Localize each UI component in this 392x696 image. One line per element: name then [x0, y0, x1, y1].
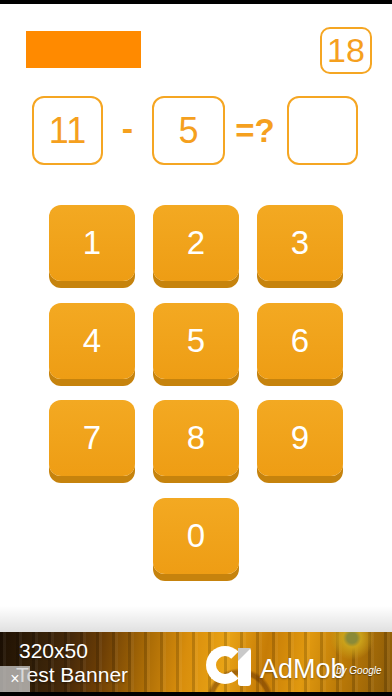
operand1-box: 11 [32, 96, 103, 165]
operator-label: - [103, 96, 152, 165]
key-0[interactable]: 0 [153, 498, 239, 574]
question-counter: 18 [320, 27, 372, 74]
key-6[interactable]: 6 [257, 303, 343, 379]
app-screen: 18 11 - 5 =? 1 2 3 4 5 6 7 8 9 0 320x50 … [0, 0, 392, 696]
progress-bar [26, 31, 141, 68]
admob-logo-text: AdMob [260, 654, 346, 685]
key-5[interactable]: 5 [153, 303, 239, 379]
equals-label: =? [225, 96, 285, 165]
bottom-black-bar [0, 692, 392, 696]
key-9[interactable]: 9 [257, 400, 343, 476]
key-2[interactable]: 2 [153, 205, 239, 281]
ad-banner[interactable]: 320x50 Test Banner AdMob by Google × [0, 632, 392, 692]
top-black-bar [0, 0, 392, 4]
operand2-box: 5 [152, 96, 225, 165]
admob-byline: by Google [336, 665, 382, 676]
key-3[interactable]: 3 [257, 205, 343, 281]
ad-close-button[interactable]: × [0, 666, 30, 692]
key-1[interactable]: 1 [49, 205, 135, 281]
answer-box[interactable] [287, 96, 358, 165]
key-8[interactable]: 8 [153, 400, 239, 476]
ad-top-shadow [0, 606, 392, 632]
key-7[interactable]: 7 [49, 400, 135, 476]
ad-size-label: 320x50 [19, 639, 88, 663]
ad-title-label: Test Banner [16, 663, 128, 687]
key-4[interactable]: 4 [49, 303, 135, 379]
